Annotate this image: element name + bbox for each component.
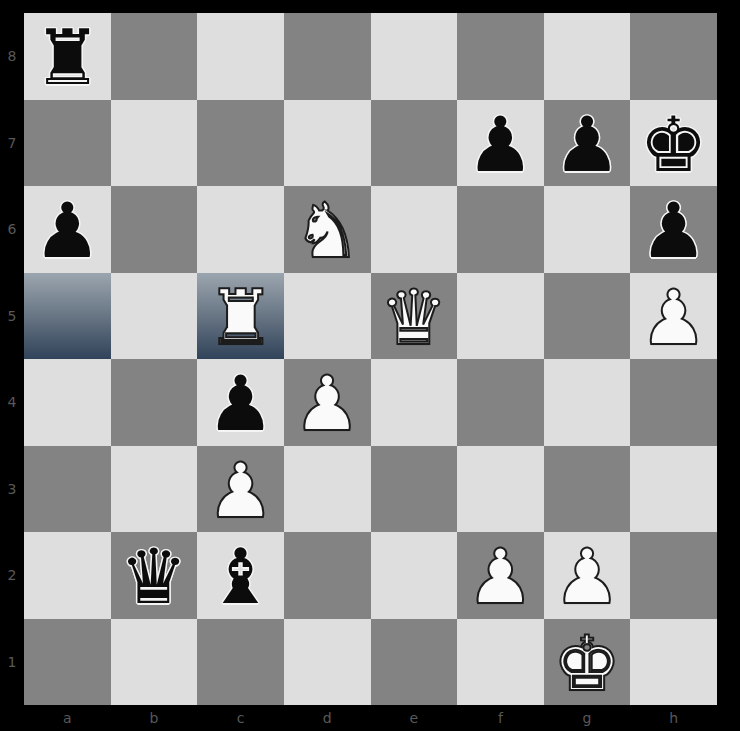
black-queen[interactable]: ♛ xyxy=(120,539,188,615)
white-pawn[interactable]: ♟ xyxy=(553,539,621,615)
chess-app: 87654321 ♜♟♟♚♟♞♟♜♛♟♟♟♟♛♝♟♟♚ abcdefgh xyxy=(0,0,740,731)
square-d7[interactable] xyxy=(284,100,371,187)
white-queen[interactable]: ♛ xyxy=(380,280,448,356)
square-d8[interactable] xyxy=(284,13,371,100)
square-f8[interactable] xyxy=(457,13,544,100)
black-pawn[interactable]: ♟ xyxy=(466,107,534,183)
square-e3[interactable] xyxy=(371,446,458,533)
square-d3[interactable] xyxy=(284,446,371,533)
square-e2[interactable] xyxy=(371,532,458,619)
square-e7[interactable] xyxy=(371,100,458,187)
file-label-f: f xyxy=(457,705,544,731)
square-a5[interactable] xyxy=(24,273,111,360)
square-b4[interactable] xyxy=(111,359,198,446)
file-label-a: a xyxy=(24,705,111,731)
black-bishop[interactable]: ♝ xyxy=(206,539,274,615)
black-pawn[interactable]: ♟ xyxy=(553,107,621,183)
square-b8[interactable] xyxy=(111,13,198,100)
square-g2[interactable]: ♟ xyxy=(544,532,631,619)
square-g8[interactable] xyxy=(544,13,631,100)
chess-board[interactable]: ♜♟♟♚♟♞♟♜♛♟♟♟♟♛♝♟♟♚ xyxy=(24,13,717,705)
square-c4[interactable]: ♟ xyxy=(197,359,284,446)
square-a7[interactable] xyxy=(24,100,111,187)
black-pawn[interactable]: ♟ xyxy=(206,366,274,442)
file-label-h: h xyxy=(630,705,717,731)
square-d6[interactable]: ♞ xyxy=(284,186,371,273)
square-h6[interactable]: ♟ xyxy=(630,186,717,273)
white-knight[interactable]: ♞ xyxy=(293,193,361,269)
file-label-g: g xyxy=(544,705,631,731)
square-a4[interactable] xyxy=(24,359,111,446)
black-pawn[interactable]: ♟ xyxy=(640,193,708,269)
square-c8[interactable] xyxy=(197,13,284,100)
white-pawn[interactable]: ♟ xyxy=(293,366,361,442)
square-f3[interactable] xyxy=(457,446,544,533)
square-b6[interactable] xyxy=(111,186,198,273)
rank-label-6: 6 xyxy=(0,186,24,273)
black-king[interactable]: ♚ xyxy=(640,107,708,183)
square-d2[interactable] xyxy=(284,532,371,619)
square-b3[interactable] xyxy=(111,446,198,533)
white-pawn[interactable]: ♟ xyxy=(640,280,708,356)
file-label-d: d xyxy=(284,705,371,731)
rank-label-5: 5 xyxy=(0,273,24,360)
rank-labels: 87654321 xyxy=(0,13,24,705)
square-e8[interactable] xyxy=(371,13,458,100)
square-b2[interactable]: ♛ xyxy=(111,532,198,619)
square-g6[interactable] xyxy=(544,186,631,273)
square-e5[interactable]: ♛ xyxy=(371,273,458,360)
white-pawn[interactable]: ♟ xyxy=(466,539,534,615)
file-label-b: b xyxy=(111,705,198,731)
rank-label-2: 2 xyxy=(0,532,24,619)
square-e6[interactable] xyxy=(371,186,458,273)
white-rook[interactable]: ♜ xyxy=(206,280,274,356)
rank-label-3: 3 xyxy=(0,446,24,533)
square-f4[interactable] xyxy=(457,359,544,446)
rank-label-7: 7 xyxy=(0,100,24,187)
square-c2[interactable]: ♝ xyxy=(197,532,284,619)
square-f6[interactable] xyxy=(457,186,544,273)
square-f5[interactable] xyxy=(457,273,544,360)
square-a3[interactable] xyxy=(24,446,111,533)
square-c7[interactable] xyxy=(197,100,284,187)
square-b7[interactable] xyxy=(111,100,198,187)
square-d5[interactable] xyxy=(284,273,371,360)
square-c1[interactable] xyxy=(197,619,284,706)
square-c6[interactable] xyxy=(197,186,284,273)
square-a6[interactable]: ♟ xyxy=(24,186,111,273)
rank-label-8: 8 xyxy=(0,13,24,100)
square-f2[interactable]: ♟ xyxy=(457,532,544,619)
square-g3[interactable] xyxy=(544,446,631,533)
square-d1[interactable] xyxy=(284,619,371,706)
square-g7[interactable]: ♟ xyxy=(544,100,631,187)
white-king[interactable]: ♚ xyxy=(553,626,621,702)
file-labels: abcdefgh xyxy=(24,705,717,731)
square-a8[interactable]: ♜ xyxy=(24,13,111,100)
square-c3[interactable]: ♟ xyxy=(197,446,284,533)
square-h3[interactable] xyxy=(630,446,717,533)
square-g4[interactable] xyxy=(544,359,631,446)
square-a1[interactable] xyxy=(24,619,111,706)
rank-label-4: 4 xyxy=(0,359,24,446)
square-f1[interactable] xyxy=(457,619,544,706)
white-pawn[interactable]: ♟ xyxy=(206,453,274,529)
square-b5[interactable] xyxy=(111,273,198,360)
square-e4[interactable] xyxy=(371,359,458,446)
file-label-e: e xyxy=(371,705,458,731)
rank-label-1: 1 xyxy=(0,619,24,706)
square-d4[interactable]: ♟ xyxy=(284,359,371,446)
square-e1[interactable] xyxy=(371,619,458,706)
square-g5[interactable] xyxy=(544,273,631,360)
square-h5[interactable]: ♟ xyxy=(630,273,717,360)
black-rook[interactable]: ♜ xyxy=(33,20,101,96)
square-h4[interactable] xyxy=(630,359,717,446)
square-g1[interactable]: ♚ xyxy=(544,619,631,706)
square-c5[interactable]: ♜ xyxy=(197,273,284,360)
black-pawn[interactable]: ♟ xyxy=(33,193,101,269)
square-f7[interactable]: ♟ xyxy=(457,100,544,187)
square-h7[interactable]: ♚ xyxy=(630,100,717,187)
square-a2[interactable] xyxy=(24,532,111,619)
square-h2[interactable] xyxy=(630,532,717,619)
file-label-c: c xyxy=(197,705,284,731)
square-h8[interactable] xyxy=(630,13,717,100)
square-b1[interactable] xyxy=(111,619,198,706)
square-h1[interactable] xyxy=(630,619,717,706)
